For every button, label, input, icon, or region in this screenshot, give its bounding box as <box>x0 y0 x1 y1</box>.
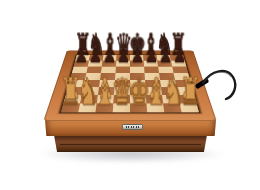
drawer-base <box>54 135 207 152</box>
black-pawn-b7: ♟ <box>88 46 101 65</box>
drawer-seam <box>60 144 201 145</box>
chess-computer-photo: ♜♞♝♛♚♝♞♜♟♟♟♟♟♟♟♟♟♟♟♟♟♟♟♟♜♞♝♛♚♝♞♜ <box>0 0 260 190</box>
chess-board: ♜♞♝♛♚♝♞♜♟♟♟♟♟♟♟♟♟♟♟♟♟♟♟♟♜♞♝♛♚♝♞♜ <box>43 50 216 120</box>
black-pawn-f7: ♟ <box>144 46 157 65</box>
black-pawn-g7: ♟ <box>158 46 171 65</box>
brand-plaque <box>122 124 143 130</box>
square-d7: ♟ <box>116 61 130 67</box>
square-f7: ♟ <box>144 61 159 67</box>
square-c7: ♟ <box>102 61 117 67</box>
square-b7: ♟ <box>88 61 103 67</box>
square-h1: ♜ <box>180 103 199 112</box>
black-pawn-d7: ♟ <box>116 46 129 65</box>
black-pawn-a7: ♟ <box>74 46 87 65</box>
white-rook-h1: ♜ <box>179 74 201 111</box>
board-squares: ♜♞♝♛♚♝♞♜♟♟♟♟♟♟♟♟♟♟♟♟♟♟♟♟♜♞♝♛♚♝♞♜ <box>61 55 199 112</box>
brand-plaque-text <box>126 126 139 128</box>
black-pawn-c7: ♟ <box>102 46 115 65</box>
black-pawn-h7: ♟ <box>172 46 185 65</box>
square-e7: ♟ <box>130 61 144 67</box>
black-pawn-e7: ♟ <box>130 46 143 65</box>
square-g7: ♟ <box>157 61 172 67</box>
square-a7: ♟ <box>74 61 89 67</box>
square-h7: ♟ <box>171 61 186 67</box>
board-front-edge <box>45 119 216 136</box>
